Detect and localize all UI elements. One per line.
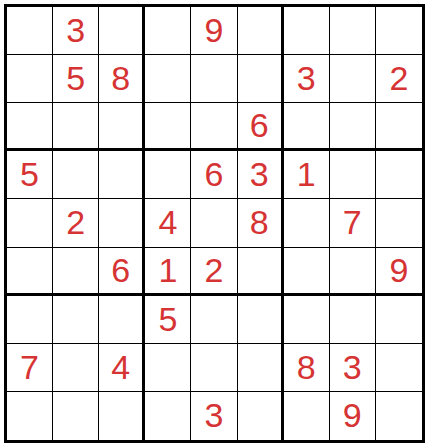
cell-r3c6[interactable]: 6: [238, 103, 284, 151]
cell-r8c9[interactable]: [376, 344, 422, 392]
cell-r1c5[interactable]: 9: [191, 7, 237, 55]
cell-r5c2[interactable]: 2: [53, 199, 99, 247]
cell-r9c7[interactable]: [284, 392, 330, 440]
cell-r2c7[interactable]: 3: [284, 55, 330, 103]
cell-r1c6[interactable]: [238, 7, 284, 55]
cell-r8c3[interactable]: 4: [99, 344, 145, 392]
cell-r5c6[interactable]: 8: [238, 199, 284, 247]
cell-r7c5[interactable]: [191, 296, 237, 344]
cell-r5c7[interactable]: [284, 199, 330, 247]
cell-r5c5[interactable]: [191, 199, 237, 247]
cell-r7c3[interactable]: [99, 296, 145, 344]
cell-r1c1[interactable]: [7, 7, 53, 55]
cell-r6c8[interactable]: [330, 248, 376, 296]
cell-r7c8[interactable]: [330, 296, 376, 344]
cell-r5c9[interactable]: [376, 199, 422, 247]
cell-r9c2[interactable]: [53, 392, 99, 440]
cell-r2c1[interactable]: [7, 55, 53, 103]
cell-r7c9[interactable]: [376, 296, 422, 344]
cell-r3c4[interactable]: [145, 103, 191, 151]
cell-r8c7[interactable]: 8: [284, 344, 330, 392]
cell-r6c7[interactable]: [284, 248, 330, 296]
cell-r4c6[interactable]: 3: [238, 151, 284, 199]
cell-r6c2[interactable]: [53, 248, 99, 296]
cell-r8c6[interactable]: [238, 344, 284, 392]
cell-r9c1[interactable]: [7, 392, 53, 440]
cell-r3c8[interactable]: [330, 103, 376, 151]
cell-r2c3[interactable]: 8: [99, 55, 145, 103]
cell-r4c4[interactable]: [145, 151, 191, 199]
cell-r9c4[interactable]: [145, 392, 191, 440]
cell-r7c7[interactable]: [284, 296, 330, 344]
cell-r7c6[interactable]: [238, 296, 284, 344]
cell-r2c2[interactable]: 5: [53, 55, 99, 103]
sudoku-board: 39583265631248761295748339: [4, 4, 425, 443]
cell-r2c6[interactable]: [238, 55, 284, 103]
cell-r2c4[interactable]: [145, 55, 191, 103]
cell-r6c1[interactable]: [7, 248, 53, 296]
cell-r5c1[interactable]: [7, 199, 53, 247]
cell-r5c3[interactable]: [99, 199, 145, 247]
cell-r8c1[interactable]: 7: [7, 344, 53, 392]
cell-r1c4[interactable]: [145, 7, 191, 55]
cell-r9c5[interactable]: 3: [191, 392, 237, 440]
cell-r8c5[interactable]: [191, 344, 237, 392]
cell-r4c5[interactable]: 6: [191, 151, 237, 199]
cell-r6c4[interactable]: 1: [145, 248, 191, 296]
cell-r9c9[interactable]: [376, 392, 422, 440]
cell-r1c8[interactable]: [330, 7, 376, 55]
cell-r8c8[interactable]: 3: [330, 344, 376, 392]
cell-r5c4[interactable]: 4: [145, 199, 191, 247]
cell-r6c6[interactable]: [238, 248, 284, 296]
cell-r7c1[interactable]: [7, 296, 53, 344]
cell-r4c9[interactable]: [376, 151, 422, 199]
cell-r6c9[interactable]: 9: [376, 248, 422, 296]
cell-r3c3[interactable]: [99, 103, 145, 151]
cell-r3c5[interactable]: [191, 103, 237, 151]
cell-r4c1[interactable]: 5: [7, 151, 53, 199]
cell-r2c9[interactable]: 2: [376, 55, 422, 103]
cell-r1c2[interactable]: 3: [53, 7, 99, 55]
cell-r2c8[interactable]: [330, 55, 376, 103]
cell-r8c2[interactable]: [53, 344, 99, 392]
cell-r9c3[interactable]: [99, 392, 145, 440]
cell-r2c5[interactable]: [191, 55, 237, 103]
cell-r7c2[interactable]: [53, 296, 99, 344]
cell-r6c3[interactable]: 6: [99, 248, 145, 296]
cell-r1c7[interactable]: [284, 7, 330, 55]
cell-r9c6[interactable]: [238, 392, 284, 440]
cell-r1c3[interactable]: [99, 7, 145, 55]
cell-r4c3[interactable]: [99, 151, 145, 199]
sudoku-page: 39583265631248761295748339: [0, 0, 429, 447]
cell-r3c9[interactable]: [376, 103, 422, 151]
cell-r3c7[interactable]: [284, 103, 330, 151]
cell-r4c8[interactable]: [330, 151, 376, 199]
cell-r3c2[interactable]: [53, 103, 99, 151]
cell-r9c8[interactable]: 9: [330, 392, 376, 440]
cell-r3c1[interactable]: [7, 103, 53, 151]
cell-r1c9[interactable]: [376, 7, 422, 55]
cell-r7c4[interactable]: 5: [145, 296, 191, 344]
cell-r6c5[interactable]: 2: [191, 248, 237, 296]
cell-r8c4[interactable]: [145, 344, 191, 392]
cell-r4c2[interactable]: [53, 151, 99, 199]
cell-r4c7[interactable]: 1: [284, 151, 330, 199]
cell-r5c8[interactable]: 7: [330, 199, 376, 247]
